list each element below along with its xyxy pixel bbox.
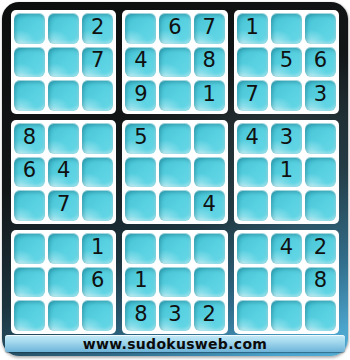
cell-r8c7[interactable] [237,267,268,298]
cell-r3c6[interactable]: 1 [194,80,225,111]
cell-r8c2[interactable] [48,267,79,298]
footer-band: www.sudokusweb.com [5,335,345,352]
given-digit: 1 [91,237,104,258]
given-digit: 5 [134,127,147,148]
given-digit: 2 [314,237,327,258]
sudoku-box-8: 428 [234,230,339,334]
sudoku-app: 2767489115673864754431161832428 www.sudo… [0,0,350,360]
sudoku-box-2: 15673 [234,10,339,114]
given-digit: 6 [91,270,104,291]
given-digit: 6 [23,160,36,181]
sudoku-box-4: 54 [122,120,227,224]
cell-r4c6[interactable] [194,123,225,154]
given-digit: 8 [23,127,36,148]
cell-r2c5[interactable] [159,47,190,78]
cell-r1c1[interactable] [14,13,45,44]
cell-r3c9[interactable]: 3 [305,80,336,111]
given-digit: 4 [246,127,259,148]
cell-r3c3[interactable] [82,80,113,111]
cell-r4c1[interactable]: 8 [14,123,45,154]
given-digit: 8 [134,304,147,325]
cell-r7c2[interactable] [48,233,79,264]
cell-r7c7[interactable] [237,233,268,264]
cell-r4c3[interactable] [82,123,113,154]
given-digit: 1 [202,84,215,105]
cell-r3c5[interactable] [159,80,190,111]
given-digit: 1 [246,17,259,38]
cell-r6c6[interactable]: 4 [194,190,225,221]
cell-r1c2[interactable] [48,13,79,44]
given-digit: 7 [91,50,104,71]
cell-r1c6[interactable]: 7 [194,13,225,44]
given-digit: 3 [314,84,327,105]
cell-r2c1[interactable] [14,47,45,78]
cell-r9c4[interactable]: 8 [125,300,156,331]
sudoku-box-3: 8647 [11,120,116,224]
cell-r4c5[interactable] [159,123,190,154]
cell-r8c5[interactable] [159,267,190,298]
cell-r6c7[interactable] [237,190,268,221]
cell-r4c4[interactable]: 5 [125,123,156,154]
cell-r6c2[interactable]: 7 [48,190,79,221]
given-digit: 1 [134,270,147,291]
cell-r5c1[interactable]: 6 [14,157,45,188]
cell-r7c6[interactable] [194,233,225,264]
cell-r5c6[interactable] [194,157,225,188]
cell-r4c7[interactable]: 4 [237,123,268,154]
cell-r1c7[interactable]: 1 [237,13,268,44]
sudoku-box-1: 674891 [122,10,227,114]
cell-r2c8[interactable]: 5 [271,47,302,78]
given-digit: 2 [202,304,215,325]
sudoku-box-5: 431 [234,120,339,224]
cell-r6c5[interactable] [159,190,190,221]
given-digit: 7 [246,84,259,105]
cell-r7c5[interactable] [159,233,190,264]
cell-r2c2[interactable] [48,47,79,78]
cell-r2c9[interactable]: 6 [305,47,336,78]
cell-r7c9[interactable]: 2 [305,233,336,264]
sudoku-box-0: 27 [11,10,116,114]
given-digit: 5 [280,50,293,71]
given-digit: 8 [314,270,327,291]
cell-r5c3[interactable] [82,157,113,188]
cell-r5c8[interactable]: 1 [271,157,302,188]
cell-r9c9[interactable] [305,300,336,331]
cell-r8c8[interactable] [271,267,302,298]
cell-r2c3[interactable]: 7 [82,47,113,78]
cell-r2c6[interactable]: 8 [194,47,225,78]
cell-r5c5[interactable] [159,157,190,188]
cell-r6c8[interactable] [271,190,302,221]
cell-r4c8[interactable]: 3 [271,123,302,154]
given-digit: 1 [280,160,293,181]
sudoku-board: 2767489115673864754431161832428 [11,10,339,334]
cell-r3c1[interactable] [14,80,45,111]
cell-r1c8[interactable] [271,13,302,44]
site-url: www.sudokusweb.com [83,335,267,351]
cell-r9c2[interactable] [48,300,79,331]
cell-r1c3[interactable]: 2 [82,13,113,44]
given-digit: 7 [202,17,215,38]
cell-r8c4[interactable]: 1 [125,267,156,298]
cell-r7c3[interactable]: 1 [82,233,113,264]
cell-r3c4[interactable]: 9 [125,80,156,111]
given-digit: 3 [280,127,293,148]
cell-r1c4[interactable] [125,13,156,44]
cell-r2c7[interactable] [237,47,268,78]
cell-r1c5[interactable]: 6 [159,13,190,44]
given-digit: 6 [314,50,327,71]
cell-r7c4[interactable] [125,233,156,264]
cell-r5c7[interactable] [237,157,268,188]
cell-r7c8[interactable]: 4 [271,233,302,264]
given-digit: 8 [202,50,215,71]
cell-r2c4[interactable]: 4 [125,47,156,78]
cell-r5c4[interactable] [125,157,156,188]
cell-r3c7[interactable]: 7 [237,80,268,111]
given-digit: 9 [134,84,147,105]
given-digit: 2 [91,17,104,38]
cell-r8c1[interactable] [14,267,45,298]
cell-r6c1[interactable] [14,190,45,221]
cell-r9c6[interactable]: 2 [194,300,225,331]
given-digit: 4 [280,237,293,258]
given-digit: 7 [57,194,70,215]
given-digit: 4 [57,160,70,181]
cell-r5c2[interactable]: 4 [48,157,79,188]
cell-r8c6[interactable] [194,267,225,298]
given-digit: 4 [202,194,215,215]
cell-r9c5[interactable]: 3 [159,300,190,331]
cell-r9c3[interactable] [82,300,113,331]
given-digit: 4 [134,50,147,71]
cell-r5c9[interactable] [305,157,336,188]
cell-r6c9[interactable] [305,190,336,221]
cell-r8c9[interactable]: 8 [305,267,336,298]
cell-r8c3[interactable]: 6 [82,267,113,298]
cell-r3c8[interactable] [271,80,302,111]
sudoku-box-7: 1832 [122,230,227,334]
cell-r1c9[interactable] [305,13,336,44]
cell-r9c8[interactable] [271,300,302,331]
cell-r6c4[interactable] [125,190,156,221]
cell-r4c9[interactable] [305,123,336,154]
given-digit: 3 [168,304,181,325]
cell-r9c7[interactable] [237,300,268,331]
given-digit: 6 [168,17,181,38]
sudoku-box-6: 16 [11,230,116,334]
cell-r4c2[interactable] [48,123,79,154]
cell-r6c3[interactable] [82,190,113,221]
cell-r9c1[interactable] [14,300,45,331]
cell-r7c1[interactable] [14,233,45,264]
cell-r3c2[interactable] [48,80,79,111]
